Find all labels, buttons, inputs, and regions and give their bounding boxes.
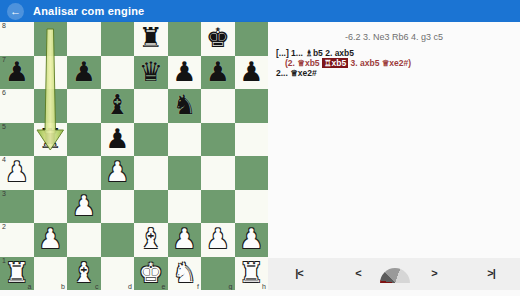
square-b2[interactable]: ♟: [34, 223, 68, 257]
square-e4[interactable]: [134, 156, 168, 190]
white-piece-n: ♞: [168, 257, 202, 291]
square-d3[interactable]: [101, 190, 135, 224]
white-piece-p: ♟: [67, 190, 101, 224]
square-b8[interactable]: [34, 22, 68, 56]
rank-label: 2: [2, 223, 6, 230]
white-piece-p: ♟: [34, 223, 68, 257]
black-piece-p: ♟: [235, 56, 269, 90]
square-d7[interactable]: [101, 56, 135, 90]
square-h7[interactable]: ♟: [235, 56, 269, 90]
square-b1[interactable]: b: [34, 257, 68, 291]
square-b5[interactable]: ♜: [34, 123, 68, 157]
square-a3[interactable]: 3: [0, 190, 34, 224]
white-piece-p: ♟: [201, 223, 235, 257]
square-g1[interactable]: g: [201, 257, 235, 291]
move-list: [...] 1... ♗b5 2. axb5(2. ♕xb5 ♖xb5 3. a…: [276, 48, 514, 78]
black-piece-p: ♟: [101, 123, 135, 157]
rank-label: 7: [2, 56, 6, 63]
file-label: g: [229, 283, 233, 290]
square-f3[interactable]: [168, 190, 202, 224]
black-piece-k: ♚: [201, 22, 235, 56]
white-piece-b: ♝: [134, 223, 168, 257]
square-f8[interactable]: [168, 22, 202, 56]
square-d5[interactable]: ♟: [101, 123, 135, 157]
square-f2[interactable]: ♟: [168, 223, 202, 257]
square-h3[interactable]: [235, 190, 269, 224]
square-c7[interactable]: ♟: [67, 56, 101, 90]
current-move[interactable]: ♖xb5: [322, 58, 348, 68]
square-c3[interactable]: ♟: [67, 190, 101, 224]
square-c4[interactable]: [67, 156, 101, 190]
square-h1[interactable]: h♜: [235, 257, 269, 291]
square-f7[interactable]: ♟: [168, 56, 202, 90]
file-label: a: [28, 283, 32, 290]
square-c1[interactable]: c♝: [67, 257, 101, 291]
move-line: (2. ♕xb5 ♖xb5 3. axb5 ♕xe2#): [276, 58, 514, 68]
move-token[interactable]: [...] 1... ♗b5 2. axb5: [276, 48, 354, 58]
move-line: 2... ♕xe2#: [276, 68, 514, 78]
engine-eval-line: -6.2 3. Ne3 Rb6 4. g3 c5: [268, 32, 520, 42]
page-title: Analisar com engine: [33, 5, 144, 17]
file-label: e: [162, 283, 166, 290]
square-h5[interactable]: [235, 123, 269, 157]
square-c8[interactable]: [67, 22, 101, 56]
square-h6[interactable]: [235, 89, 269, 123]
square-g2[interactable]: ♟: [201, 223, 235, 257]
arrow-left-icon: ←: [10, 6, 21, 17]
move-token[interactable]: (2. ♕xb5: [285, 58, 322, 68]
previous-move-button[interactable]: <: [347, 267, 369, 283]
white-piece-p: ♟: [235, 223, 269, 257]
square-a4[interactable]: 4♟: [0, 156, 34, 190]
black-piece-r: ♜: [134, 22, 168, 56]
analysis-panel: -6.2 3. Ne3 Rb6 4. g3 c5 [...] 1... ♗b5 …: [268, 22, 520, 296]
white-piece-p: ♟: [168, 223, 202, 257]
square-g7[interactable]: ♟: [201, 56, 235, 90]
file-label: f: [197, 283, 199, 290]
square-b4[interactable]: [34, 156, 68, 190]
square-g3[interactable]: [201, 190, 235, 224]
app-bar: ← Analisar com engine: [0, 0, 520, 22]
square-g8[interactable]: ♚: [201, 22, 235, 56]
square-a1[interactable]: 1a♜: [0, 257, 34, 291]
square-a5[interactable]: 5: [0, 123, 34, 157]
file-label: d: [128, 283, 132, 290]
bottom-strip: [0, 290, 520, 296]
square-c5[interactable]: [67, 123, 101, 157]
square-f1[interactable]: f♞: [168, 257, 202, 291]
square-c2[interactable]: [67, 223, 101, 257]
rank-label: 6: [2, 89, 6, 96]
black-piece-p: ♟: [168, 56, 202, 90]
square-f6[interactable]: ♞: [168, 89, 202, 123]
square-d8[interactable]: [101, 22, 135, 56]
square-b3[interactable]: [34, 190, 68, 224]
black-piece-p: ♟: [67, 56, 101, 90]
chess-board: 8♜♚7♟♟♛♟♟♟6♝♞5♜♟4♟♟3♟2♟♝♟♟♟1a♜bc♝de♚f♞gh…: [0, 22, 268, 290]
square-c6[interactable]: [67, 89, 101, 123]
square-d4[interactable]: ♟: [101, 156, 135, 190]
go-to-start-button[interactable]: |<: [288, 267, 310, 283]
square-g5[interactable]: [201, 123, 235, 157]
square-h2[interactable]: ♟: [235, 223, 269, 257]
black-piece-b: ♝: [101, 89, 135, 123]
square-h8[interactable]: [235, 22, 269, 56]
square-d6[interactable]: ♝: [101, 89, 135, 123]
navigation-bar: |< < > >|: [268, 258, 520, 290]
file-label: c: [95, 283, 99, 290]
square-h4[interactable]: [235, 156, 269, 190]
square-e2[interactable]: ♝: [134, 223, 168, 257]
square-a7[interactable]: 7♟: [0, 56, 34, 90]
square-g4[interactable]: [201, 156, 235, 190]
square-a2[interactable]: 2: [0, 223, 34, 257]
eval-gauge-icon[interactable]: [380, 268, 410, 283]
move-token[interactable]: 3. axb5 ♕xe2#): [348, 58, 411, 68]
square-a8[interactable]: 8: [0, 22, 34, 56]
rank-label: 1: [2, 257, 6, 264]
black-piece-r: ♜: [34, 123, 68, 157]
square-g6[interactable]: [201, 89, 235, 123]
square-d2[interactable]: [101, 223, 135, 257]
square-e6[interactable]: [134, 89, 168, 123]
rank-label: 8: [2, 22, 6, 29]
rank-label: 3: [2, 190, 6, 197]
square-e8[interactable]: ♜: [134, 22, 168, 56]
square-b7[interactable]: [34, 56, 68, 90]
black-piece-n: ♞: [168, 89, 202, 123]
move-token[interactable]: 2... ♕xe2#: [276, 68, 317, 78]
file-label: b: [61, 283, 65, 290]
move-line: [...] 1... ♗b5 2. axb5: [276, 48, 514, 58]
square-a6[interactable]: 6: [0, 89, 34, 123]
square-e3[interactable]: [134, 190, 168, 224]
back-button[interactable]: ←: [7, 3, 24, 20]
next-move-button[interactable]: >: [423, 267, 445, 283]
rank-label: 5: [2, 123, 6, 130]
square-e1[interactable]: e♚: [134, 257, 168, 291]
square-e5[interactable]: [134, 123, 168, 157]
file-label: h: [262, 283, 266, 290]
black-piece-p: ♟: [201, 56, 235, 90]
square-e7[interactable]: ♛: [134, 56, 168, 90]
go-to-end-button[interactable]: >|: [480, 267, 502, 283]
black-piece-q: ♛: [134, 56, 168, 90]
rank-label: 4: [2, 156, 6, 163]
square-f5[interactable]: [168, 123, 202, 157]
square-d1[interactable]: d: [101, 257, 135, 291]
white-piece-p: ♟: [101, 156, 135, 190]
square-b6[interactable]: [34, 89, 68, 123]
square-f4[interactable]: [168, 156, 202, 190]
